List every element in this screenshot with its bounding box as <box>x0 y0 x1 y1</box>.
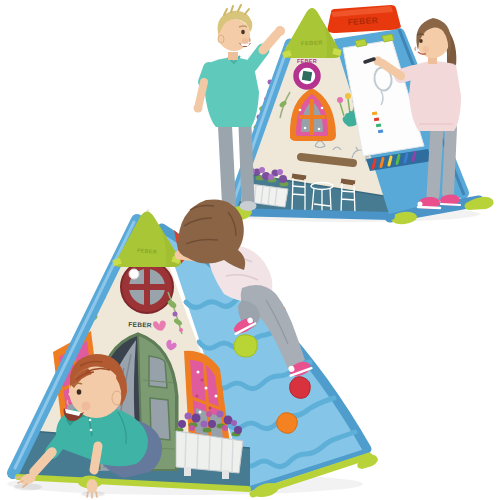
polo-button-1 <box>89 419 92 422</box>
boy-hand-on-cap <box>275 26 285 36</box>
planter-leg-right <box>222 470 229 479</box>
climbing-hold-orange-low <box>277 413 298 434</box>
feber-logo-facade-house: FEBER <box>128 321 152 329</box>
planter-leg-left <box>184 467 191 476</box>
boy-arm-down <box>199 82 204 104</box>
round-attic-window <box>121 261 173 313</box>
red-top-bar: FEBER <box>327 5 401 33</box>
chair-back-2 <box>341 181 355 183</box>
bottom-rail <box>231 212 391 216</box>
ring-shape-insert <box>302 71 312 81</box>
toddler-ear <box>112 391 122 405</box>
boy-leg-right <box>245 126 248 202</box>
toddler-hand-right <box>87 479 98 498</box>
boy-hand-down <box>194 104 203 113</box>
feber-logo-top-bar: FEBER <box>347 15 378 27</box>
boy-neck <box>228 52 238 60</box>
climbing-hold-red <box>290 377 311 399</box>
playset-illustration: FEBER <box>0 0 500 500</box>
feber-logo-apex-easel: FEBER <box>301 40 323 47</box>
boy-ear <box>218 35 224 43</box>
product-photo: FEBER <box>0 0 500 500</box>
feber-logo-facade-easel: FEBER <box>297 58 317 64</box>
ring-window <box>296 65 318 87</box>
boy-shoe-right <box>240 201 257 211</box>
climbing-hold-lime <box>234 335 257 357</box>
boy-leg-left <box>225 126 229 204</box>
polo-button-2 <box>90 429 93 432</box>
girl-leg-right <box>448 128 451 193</box>
girl-leg-left <box>433 128 437 195</box>
toddler-arm-right <box>94 446 98 470</box>
white-ball-detail <box>129 269 139 279</box>
hand-shadow-left <box>14 484 42 491</box>
door-pane-upper <box>149 356 167 388</box>
chair-back-1 <box>292 176 306 178</box>
